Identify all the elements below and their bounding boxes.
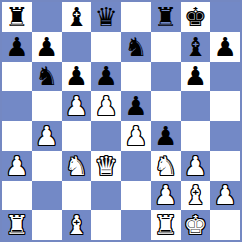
square-c7[interactable] <box>62 32 92 62</box>
square-f4[interactable]: ♟ <box>151 121 181 151</box>
black-knight: ♞ <box>124 34 147 60</box>
square-d2[interactable] <box>91 181 121 211</box>
square-f7[interactable] <box>151 32 181 62</box>
square-a4[interactable] <box>2 121 32 151</box>
square-d3[interactable]: ♛ <box>91 151 121 181</box>
square-g5[interactable] <box>181 91 211 121</box>
square-b8[interactable] <box>32 2 62 32</box>
square-e5[interactable]: ♟ <box>121 91 151 121</box>
square-f6[interactable] <box>151 62 181 92</box>
square-f8[interactable]: ♜ <box>151 2 181 32</box>
square-d6[interactable]: ♟ <box>91 62 121 92</box>
square-g4[interactable] <box>181 121 211 151</box>
white-pawn: ♟ <box>35 123 58 149</box>
square-e3[interactable] <box>121 151 151 181</box>
square-h5[interactable] <box>210 91 240 121</box>
white-pawn: ♟ <box>65 93 88 119</box>
square-c3[interactable]: ♞ <box>62 151 92 181</box>
white-pawn: ♟ <box>94 93 117 119</box>
black-king: ♚ <box>184 4 207 30</box>
black-bishop: ♝ <box>65 4 88 30</box>
black-pawn: ♟ <box>94 63 117 89</box>
black-pawn: ♟ <box>184 63 207 89</box>
white-pawn: ♟ <box>184 153 207 179</box>
square-e7[interactable]: ♞ <box>121 32 151 62</box>
square-g1[interactable]: ♚ <box>181 210 211 240</box>
white-queen: ♛ <box>94 153 117 179</box>
white-pawn: ♟ <box>213 182 236 208</box>
square-b7[interactable]: ♟ <box>32 32 62 62</box>
black-pawn: ♟ <box>65 63 88 89</box>
white-bishop: ♝ <box>65 212 88 238</box>
black-pawn: ♟ <box>5 34 28 60</box>
square-d5[interactable]: ♟ <box>91 91 121 121</box>
square-b4[interactable]: ♟ <box>32 121 62 151</box>
black-queen: ♛ <box>94 4 117 30</box>
square-c5[interactable]: ♟ <box>62 91 92 121</box>
white-rook: ♜ <box>5 212 28 238</box>
square-c2[interactable] <box>62 181 92 211</box>
square-g3[interactable]: ♟ <box>181 151 211 181</box>
square-f1[interactable]: ♜ <box>151 210 181 240</box>
square-h3[interactable] <box>210 151 240 181</box>
chess-board: ♜♝♛♜♚♟♟♞♝♟♞♟♟♟♟♟♟♟♟♟♟♞♛♞♟♟♝♟♜♝♜♚ <box>0 0 242 242</box>
black-pawn: ♟ <box>213 34 236 60</box>
square-d7[interactable] <box>91 32 121 62</box>
square-f5[interactable] <box>151 91 181 121</box>
square-d8[interactable]: ♛ <box>91 2 121 32</box>
white-knight: ♞ <box>65 153 88 179</box>
square-c6[interactable]: ♟ <box>62 62 92 92</box>
square-b1[interactable] <box>32 210 62 240</box>
square-e4[interactable]: ♟ <box>121 121 151 151</box>
square-c1[interactable]: ♝ <box>62 210 92 240</box>
white-rook: ♜ <box>154 212 177 238</box>
square-d4[interactable] <box>91 121 121 151</box>
square-h7[interactable]: ♟ <box>210 32 240 62</box>
square-d1[interactable] <box>91 210 121 240</box>
square-f2[interactable]: ♟ <box>151 181 181 211</box>
square-b5[interactable] <box>32 91 62 121</box>
square-a8[interactable]: ♜ <box>2 2 32 32</box>
white-pawn: ♟ <box>124 123 147 149</box>
black-knight: ♞ <box>35 63 58 89</box>
white-bishop: ♝ <box>184 182 207 208</box>
square-f3[interactable]: ♞ <box>151 151 181 181</box>
square-h1[interactable] <box>210 210 240 240</box>
black-bishop: ♝ <box>184 34 207 60</box>
square-a2[interactable] <box>2 181 32 211</box>
square-a3[interactable]: ♟ <box>2 151 32 181</box>
square-h2[interactable]: ♟ <box>210 181 240 211</box>
square-g2[interactable]: ♝ <box>181 181 211 211</box>
white-king: ♚ <box>184 212 207 238</box>
square-b2[interactable] <box>32 181 62 211</box>
square-b3[interactable] <box>32 151 62 181</box>
black-pawn: ♟ <box>124 93 147 119</box>
square-c4[interactable] <box>62 121 92 151</box>
black-rook: ♜ <box>154 4 177 30</box>
square-e6[interactable] <box>121 62 151 92</box>
black-rook: ♜ <box>5 4 28 30</box>
square-g7[interactable]: ♝ <box>181 32 211 62</box>
square-a1[interactable]: ♜ <box>2 210 32 240</box>
white-pawn: ♟ <box>5 153 28 179</box>
square-e1[interactable] <box>121 210 151 240</box>
square-a7[interactable]: ♟ <box>2 32 32 62</box>
square-g6[interactable]: ♟ <box>181 62 211 92</box>
black-pawn: ♟ <box>35 34 58 60</box>
white-pawn: ♟ <box>154 182 177 208</box>
square-a5[interactable] <box>2 91 32 121</box>
square-h8[interactable] <box>210 2 240 32</box>
square-b6[interactable]: ♞ <box>32 62 62 92</box>
square-e2[interactable] <box>121 181 151 211</box>
square-g8[interactable]: ♚ <box>181 2 211 32</box>
black-pawn: ♟ <box>154 123 177 149</box>
square-a6[interactable] <box>2 62 32 92</box>
square-c8[interactable]: ♝ <box>62 2 92 32</box>
square-e8[interactable] <box>121 2 151 32</box>
white-knight: ♞ <box>154 153 177 179</box>
square-h6[interactable] <box>210 62 240 92</box>
square-h4[interactable] <box>210 121 240 151</box>
